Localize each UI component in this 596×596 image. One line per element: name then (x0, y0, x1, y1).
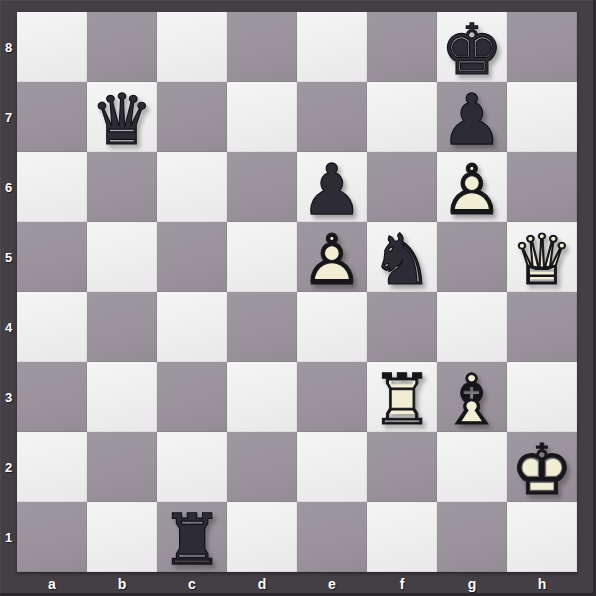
square-d8[interactable] (227, 12, 297, 82)
file-label-f: f (367, 572, 437, 596)
rank-label-3: 3 (0, 362, 17, 432)
square-g4[interactable] (437, 292, 507, 362)
rank-label-7: 7 (0, 82, 17, 152)
square-a3[interactable] (17, 362, 87, 432)
square-b2[interactable] (87, 432, 157, 502)
square-a2[interactable] (17, 432, 87, 502)
square-d3[interactable] (227, 362, 297, 432)
white-rook-glyph: ♜ (367, 365, 437, 435)
square-e7[interactable] (297, 82, 367, 152)
white-bishop-outline-glyph: ♗ (437, 365, 507, 435)
rank-label-5: 5 (0, 222, 17, 292)
rank-label-8: 8 (0, 12, 17, 82)
piece-white-rook[interactable]: ♜♖ (367, 362, 437, 432)
white-queen-outline-glyph: ♕ (507, 225, 577, 295)
file-labels: abcdefgh (17, 572, 577, 596)
piece-black-rook[interactable]: ♜ (157, 502, 227, 572)
square-f8[interactable] (367, 12, 437, 82)
square-f2[interactable] (367, 432, 437, 502)
square-c3[interactable] (157, 362, 227, 432)
rank-label-1: 1 (0, 502, 17, 572)
square-h4[interactable] (507, 292, 577, 362)
square-c6[interactable] (157, 152, 227, 222)
white-rook-outline-glyph: ♖ (367, 365, 437, 435)
square-h1[interactable] (507, 502, 577, 572)
file-label-b: b (87, 572, 157, 596)
white-bishop-glyph: ♝ (437, 365, 507, 435)
piece-white-bishop[interactable]: ♝♗ (437, 362, 507, 432)
rank-label-4: 4 (0, 292, 17, 362)
piece-black-pawn[interactable]: ♟ (297, 152, 367, 222)
square-d6[interactable] (227, 152, 297, 222)
square-e8[interactable] (297, 12, 367, 82)
square-b7[interactable]: ♛ (87, 82, 157, 152)
square-f7[interactable] (367, 82, 437, 152)
file-label-c: c (157, 572, 227, 596)
square-g6[interactable]: ♟♙ (437, 152, 507, 222)
piece-white-king[interactable]: ♚♔ (507, 432, 577, 502)
square-c4[interactable] (157, 292, 227, 362)
black-rook-glyph: ♜ (157, 505, 227, 575)
white-pawn-glyph: ♟ (437, 155, 507, 225)
square-h7[interactable] (507, 82, 577, 152)
square-a7[interactable] (17, 82, 87, 152)
square-d4[interactable] (227, 292, 297, 362)
black-king-glyph: ♚ (437, 15, 507, 85)
square-b3[interactable] (87, 362, 157, 432)
square-d5[interactable] (227, 222, 297, 292)
square-e6[interactable]: ♟ (297, 152, 367, 222)
square-b4[interactable] (87, 292, 157, 362)
chess-board-window: 87654321 ♚♛♟♟♟♙♟♙♞♛♕♜♖♝♗♚♔♜ abcdefgh (0, 0, 596, 596)
square-f4[interactable] (367, 292, 437, 362)
white-pawn-outline-glyph: ♙ (437, 155, 507, 225)
black-queen-glyph: ♛ (87, 85, 157, 155)
square-g8[interactable]: ♚ (437, 12, 507, 82)
square-h6[interactable] (507, 152, 577, 222)
square-a6[interactable] (17, 152, 87, 222)
black-pawn-glyph: ♟ (297, 155, 367, 225)
piece-white-queen[interactable]: ♛♕ (507, 222, 577, 292)
white-pawn-outline-glyph: ♙ (297, 225, 367, 295)
piece-white-pawn[interactable]: ♟♙ (297, 222, 367, 292)
black-knight-glyph: ♞ (367, 225, 437, 295)
piece-white-pawn[interactable]: ♟♙ (437, 152, 507, 222)
square-h5[interactable]: ♛♕ (507, 222, 577, 292)
square-b8[interactable] (87, 12, 157, 82)
square-f3[interactable]: ♜♖ (367, 362, 437, 432)
rank-labels: 87654321 (0, 12, 17, 572)
square-e1[interactable] (297, 502, 367, 572)
white-pawn-glyph: ♟ (297, 225, 367, 295)
file-label-e: e (297, 572, 367, 596)
rank-label-6: 6 (0, 152, 17, 222)
square-a4[interactable] (17, 292, 87, 362)
square-f1[interactable] (367, 502, 437, 572)
square-a1[interactable] (17, 502, 87, 572)
piece-black-knight[interactable]: ♞ (367, 222, 437, 292)
rank-label-2: 2 (0, 432, 17, 502)
square-g5[interactable] (437, 222, 507, 292)
file-label-g: g (437, 572, 507, 596)
square-d7[interactable] (227, 82, 297, 152)
square-b1[interactable] (87, 502, 157, 572)
square-c8[interactable] (157, 12, 227, 82)
file-label-d: d (227, 572, 297, 596)
square-b6[interactable] (87, 152, 157, 222)
piece-black-queen[interactable]: ♛ (87, 82, 157, 152)
square-h2[interactable]: ♚♔ (507, 432, 577, 502)
square-h3[interactable] (507, 362, 577, 432)
square-c5[interactable] (157, 222, 227, 292)
file-label-h: h (507, 572, 577, 596)
black-pawn-glyph: ♟ (437, 85, 507, 155)
white-king-outline-glyph: ♔ (507, 435, 577, 505)
square-f5[interactable]: ♞ (367, 222, 437, 292)
square-c2[interactable] (157, 432, 227, 502)
square-h8[interactable] (507, 12, 577, 82)
square-d2[interactable] (227, 432, 297, 502)
board: ♚♛♟♟♟♙♟♙♞♛♕♜♖♝♗♚♔♜ (17, 12, 577, 572)
square-d1[interactable] (227, 502, 297, 572)
square-f6[interactable] (367, 152, 437, 222)
square-c1[interactable]: ♜ (157, 502, 227, 572)
square-c7[interactable] (157, 82, 227, 152)
file-label-a: a (17, 572, 87, 596)
square-e4[interactable] (297, 292, 367, 362)
white-king-glyph: ♚ (507, 435, 577, 505)
piece-black-pawn[interactable]: ♟ (437, 82, 507, 152)
square-g3[interactable]: ♝♗ (437, 362, 507, 432)
square-e3[interactable] (297, 362, 367, 432)
square-a5[interactable] (17, 222, 87, 292)
square-b5[interactable] (87, 222, 157, 292)
white-queen-glyph: ♛ (507, 225, 577, 295)
square-g1[interactable] (437, 502, 507, 572)
square-g7[interactable]: ♟ (437, 82, 507, 152)
square-e2[interactable] (297, 432, 367, 502)
square-a8[interactable] (17, 12, 87, 82)
square-e5[interactable]: ♟♙ (297, 222, 367, 292)
square-g2[interactable] (437, 432, 507, 502)
piece-black-king[interactable]: ♚ (437, 12, 507, 82)
